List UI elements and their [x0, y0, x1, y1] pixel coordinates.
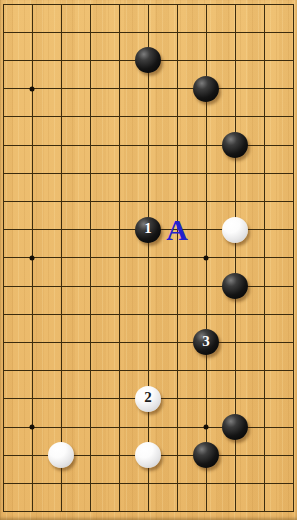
- grid-line-horizontal: [3, 88, 294, 89]
- grid-line-horizontal: [3, 511, 294, 512]
- stone-black-move-3[interactable]: 3: [193, 329, 219, 355]
- stone-black[interactable]: [222, 273, 248, 299]
- stone-move-number: 3: [202, 334, 210, 349]
- stone-black[interactable]: [135, 47, 161, 73]
- grid-line-horizontal: [3, 145, 294, 146]
- grid-line-horizontal: [3, 32, 294, 33]
- grid-line-horizontal: [3, 286, 294, 287]
- stone-black-move-1[interactable]: 1: [135, 217, 161, 243]
- grid-line-horizontal: [3, 201, 294, 202]
- stone-white-move-2[interactable]: 2: [135, 386, 161, 412]
- go-board[interactable]: 132A: [0, 0, 297, 520]
- hoshi-star-point: [30, 86, 35, 91]
- stone-white[interactable]: [48, 442, 74, 468]
- stone-black[interactable]: [222, 132, 248, 158]
- stone-move-number: 2: [144, 390, 152, 405]
- hoshi-star-point: [30, 255, 35, 260]
- stone-black[interactable]: [193, 442, 219, 468]
- grid-line-horizontal: [3, 4, 294, 5]
- hoshi-star-point: [30, 425, 35, 430]
- grid-line-horizontal: [3, 116, 294, 117]
- grid-line-horizontal: [3, 257, 294, 258]
- grid-line-horizontal: [3, 427, 294, 428]
- grid-line-horizontal: [3, 483, 294, 484]
- hoshi-star-point: [204, 255, 209, 260]
- stone-move-number: 1: [144, 221, 152, 236]
- stone-black[interactable]: [193, 76, 219, 102]
- hoshi-star-point: [204, 425, 209, 430]
- point-label-A[interactable]: A: [166, 215, 188, 245]
- stone-white[interactable]: [135, 442, 161, 468]
- stone-white[interactable]: [222, 217, 248, 243]
- grid-line-horizontal: [3, 314, 294, 315]
- grid-line-horizontal: [3, 173, 294, 174]
- stone-black[interactable]: [222, 414, 248, 440]
- grid-line-horizontal: [3, 370, 294, 371]
- grid-line-horizontal: [3, 342, 294, 343]
